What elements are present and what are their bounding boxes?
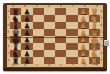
file-label: D xyxy=(43,64,55,67)
square-r0c4 xyxy=(55,8,66,15)
square-r2c5 xyxy=(66,22,77,29)
file-label: C xyxy=(31,64,43,67)
chess-set-photo: ABCDEFGH 87654321 ♜♟♟♜♞♟♟♞♝♟♟♝♛♟♟♛♚♟♟♚♝♟… xyxy=(0,0,110,74)
square-r2c6: ♟ xyxy=(78,22,89,29)
white-pawn-piece: ♟ xyxy=(80,59,86,64)
rank-labels-right: 87654321 xyxy=(100,8,103,64)
square-r1c2 xyxy=(33,15,44,22)
square-r0c1: ♟ xyxy=(21,8,32,15)
rank-label: 8 xyxy=(100,8,103,15)
rank-label: 6 xyxy=(100,22,103,29)
square-r5c3 xyxy=(44,43,55,50)
square-r6c4 xyxy=(55,50,66,57)
file-label: F xyxy=(67,64,79,67)
hinge-seam xyxy=(5,37,105,38)
square-r5c4 xyxy=(55,43,66,50)
rank-label: 2 xyxy=(100,50,103,57)
white-rook-piece: ♜ xyxy=(90,59,98,64)
rank-label: 1 xyxy=(100,57,103,64)
square-r3c3 xyxy=(44,29,55,36)
square-r3c6: ♟ xyxy=(78,29,89,36)
chess-board: ABCDEFGH 87654321 ♜♟♟♜♞♟♟♞♝♟♟♝♛♟♟♛♚♟♟♚♝♟… xyxy=(3,3,107,71)
square-r1c1: ♟ xyxy=(21,15,32,22)
square-r0c5 xyxy=(66,8,77,15)
black-rook-piece: ♜ xyxy=(12,59,20,64)
box-front-edge xyxy=(3,68,107,71)
square-r6c6: ♟ xyxy=(78,50,89,57)
square-r6c3 xyxy=(44,50,55,57)
square-r3c2 xyxy=(33,29,44,36)
square-r7c7: ♜ xyxy=(89,57,100,64)
square-r2c4 xyxy=(55,22,66,29)
square-r7c6: ♟ xyxy=(78,57,89,64)
square-r7c5 xyxy=(66,57,77,64)
square-r7c0: ♜ xyxy=(10,57,21,64)
board-mid: 87654321 ♜♟♟♜♞♟♟♞♝♟♟♝♛♟♟♛♚♟♟♚♝♟♟♝♞♟♟♞♜♟♟… xyxy=(7,8,103,64)
rank-label: 7 xyxy=(100,15,103,22)
black-pawn-piece: ♟ xyxy=(24,59,30,64)
square-r2c2 xyxy=(33,22,44,29)
square-r2c1: ♟ xyxy=(21,22,32,29)
file-label: E xyxy=(55,64,67,67)
square-r1c5 xyxy=(66,15,77,22)
square-r0c2 xyxy=(33,8,44,15)
square-r6c5 xyxy=(66,50,77,57)
square-r7c2 xyxy=(33,57,44,64)
file-labels-bottom: ABCDEFGH xyxy=(7,64,103,67)
square-r7c1: ♟ xyxy=(21,57,32,64)
rank-label: 5 xyxy=(100,29,103,36)
square-r0c3 xyxy=(44,8,55,15)
square-r7c4 xyxy=(55,57,66,64)
metal-clasp-icon xyxy=(104,40,109,46)
square-r6c1: ♟ xyxy=(21,50,32,57)
square-r5c6: ♟ xyxy=(78,43,89,50)
square-r7c3 xyxy=(44,57,55,64)
board-grid: ♜♟♟♜♞♟♟♞♝♟♟♝♛♟♟♛♚♟♟♚♝♟♟♝♞♟♟♞♜♟♟♜ xyxy=(10,8,100,64)
square-r1c6: ♟ xyxy=(78,15,89,22)
square-r3c5 xyxy=(66,29,77,36)
square-r5c2 xyxy=(33,43,44,50)
square-r1c4 xyxy=(55,15,66,22)
square-r5c5 xyxy=(66,43,77,50)
square-r1c3 xyxy=(44,15,55,22)
board-inner: ABCDEFGH 87654321 ♜♟♟♜♞♟♟♞♝♟♟♝♛♟♟♛♚♟♟♚♝♟… xyxy=(7,5,103,67)
square-r2c3 xyxy=(44,22,55,29)
square-r0c6: ♟ xyxy=(78,8,89,15)
square-r3c4 xyxy=(55,29,66,36)
rank-label: 3 xyxy=(100,43,103,50)
square-r5c1: ♟ xyxy=(21,43,32,50)
square-r3c1: ♟ xyxy=(21,29,32,36)
square-r6c2 xyxy=(33,50,44,57)
